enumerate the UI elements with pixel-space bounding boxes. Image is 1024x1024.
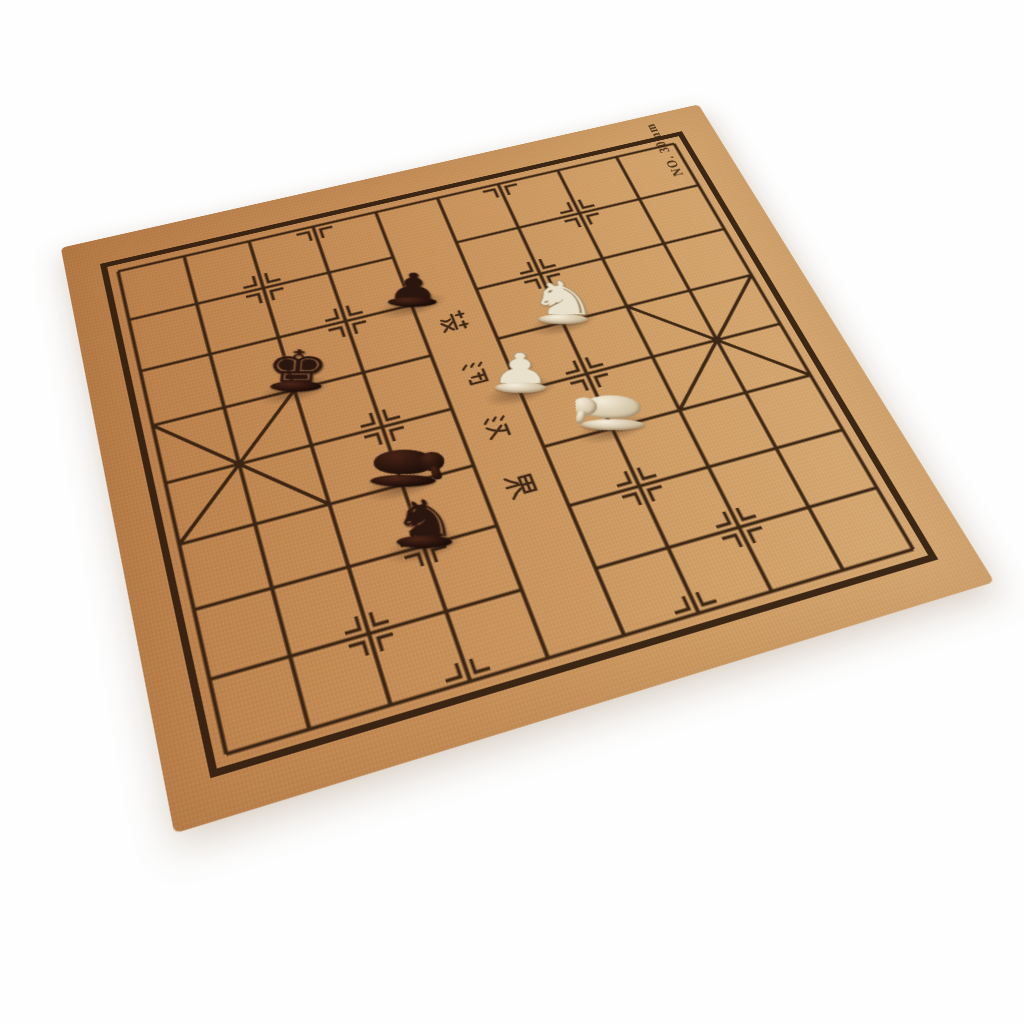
piece-base <box>388 297 437 307</box>
piece-base <box>538 314 588 324</box>
product-photo-scene: NO. 30mm ♚♟♞♞♟ <box>0 0 1024 1024</box>
piece-base <box>269 381 321 392</box>
xiangqi-board-cloth: NO. 30mm ♚♟♞♞♟ <box>61 104 995 833</box>
piece-base <box>495 382 546 393</box>
robed-general-figurine: ♚ <box>263 347 331 391</box>
shield-warrior-figurine: ♟ <box>386 270 440 306</box>
general-glyph: ♚ <box>264 347 331 386</box>
horse-glyph: ♞ <box>528 278 598 318</box>
mounted-rider-figurine: ♞ <box>528 278 598 324</box>
soldier-figurine: ♟ <box>491 351 551 393</box>
